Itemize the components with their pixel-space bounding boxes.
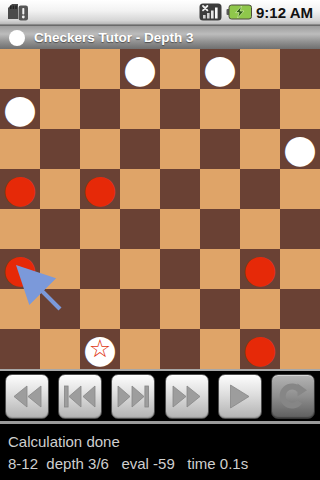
board-square[interactable] bbox=[280, 249, 320, 289]
toolbar bbox=[0, 371, 320, 421]
red-man-piece[interactable]: ● bbox=[0, 169, 40, 209]
android-status-bar: 9:12 AM bbox=[0, 0, 320, 25]
play-icon bbox=[229, 384, 250, 409]
board-square[interactable] bbox=[280, 289, 320, 329]
status-line1: Calculation done bbox=[8, 431, 312, 453]
board-square[interactable] bbox=[80, 129, 120, 169]
board-square[interactable] bbox=[160, 49, 200, 89]
board-square[interactable] bbox=[200, 249, 240, 289]
board-square[interactable]: ●☆ bbox=[80, 329, 120, 369]
board-square[interactable] bbox=[160, 169, 200, 209]
board-square[interactable]: ● bbox=[200, 49, 240, 89]
board-square[interactable] bbox=[160, 89, 200, 129]
battery-charging-icon bbox=[226, 4, 252, 20]
play-button[interactable] bbox=[218, 374, 262, 419]
board-square[interactable] bbox=[200, 169, 240, 209]
board-square[interactable] bbox=[40, 329, 80, 369]
screen: 9:12 AM Checkers Tutor - Depth 3 ●●●●●●●… bbox=[0, 0, 320, 480]
white-man-piece[interactable]: ● bbox=[200, 49, 240, 89]
board-square[interactable]: ● bbox=[240, 329, 280, 369]
board-square[interactable] bbox=[40, 289, 80, 329]
board[interactable]: ●●●●●●●●●☆● bbox=[0, 49, 320, 369]
white-king-piece[interactable]: ●☆ bbox=[80, 329, 120, 369]
status-bar-clock: 9:12 AM bbox=[256, 4, 315, 21]
board-square[interactable]: ● bbox=[120, 49, 160, 89]
board-square[interactable] bbox=[160, 209, 200, 249]
board-square[interactable] bbox=[240, 129, 280, 169]
board-grid: ●●●●●●●●●☆● bbox=[0, 49, 320, 369]
title-bar: Checkers Tutor - Depth 3 bbox=[0, 25, 320, 49]
red-man-piece[interactable]: ● bbox=[240, 249, 280, 289]
signal-no-service-icon bbox=[199, 3, 222, 21]
board-square[interactable] bbox=[40, 249, 80, 289]
status-panel: Calculation done 8-12 depth 3/6 eval -59… bbox=[0, 424, 320, 475]
fast-forward-button[interactable] bbox=[165, 374, 209, 419]
sdcard-warning-icon bbox=[5, 3, 31, 21]
board-square[interactable] bbox=[280, 89, 320, 129]
board-square[interactable] bbox=[120, 289, 160, 329]
board-square[interactable] bbox=[40, 129, 80, 169]
board-square[interactable]: ● bbox=[240, 249, 280, 289]
king-star-icon: ☆ bbox=[80, 329, 120, 369]
board-square[interactable] bbox=[0, 329, 40, 369]
board-square[interactable] bbox=[0, 209, 40, 249]
board-square[interactable] bbox=[160, 289, 200, 329]
board-square[interactable]: ● bbox=[0, 169, 40, 209]
board-square[interactable] bbox=[200, 329, 240, 369]
board-square[interactable]: ● bbox=[0, 89, 40, 129]
board-square[interactable] bbox=[120, 329, 160, 369]
board-square[interactable] bbox=[0, 49, 40, 89]
app-title: Checkers Tutor - Depth 3 bbox=[34, 30, 194, 45]
board-square[interactable] bbox=[200, 129, 240, 169]
board-square[interactable] bbox=[200, 209, 240, 249]
skip-to-start-button[interactable] bbox=[58, 374, 102, 419]
board-square[interactable] bbox=[200, 89, 240, 129]
skip-to-end-icon bbox=[117, 385, 149, 408]
board-square[interactable]: ● bbox=[280, 129, 320, 169]
fast-forward-icon bbox=[172, 385, 201, 408]
board-square[interactable] bbox=[80, 89, 120, 129]
board-square[interactable] bbox=[240, 49, 280, 89]
board-square[interactable] bbox=[120, 249, 160, 289]
board-square[interactable] bbox=[0, 129, 40, 169]
board-square[interactable] bbox=[40, 169, 80, 209]
white-man-piece[interactable]: ● bbox=[120, 49, 160, 89]
board-square[interactable] bbox=[120, 129, 160, 169]
board-square[interactable] bbox=[80, 209, 120, 249]
red-man-piece[interactable]: ● bbox=[0, 249, 40, 289]
board-square[interactable] bbox=[120, 169, 160, 209]
rotate-board-button[interactable] bbox=[271, 374, 315, 419]
board-square[interactable] bbox=[0, 289, 40, 329]
board-square[interactable] bbox=[240, 289, 280, 329]
board-square[interactable] bbox=[280, 49, 320, 89]
rotate-icon bbox=[278, 382, 308, 410]
white-man-piece[interactable]: ● bbox=[0, 89, 40, 129]
app-icon bbox=[9, 30, 25, 46]
board-square[interactable] bbox=[160, 329, 200, 369]
board-square[interactable] bbox=[280, 209, 320, 249]
board-square[interactable] bbox=[120, 209, 160, 249]
board-square[interactable] bbox=[160, 249, 200, 289]
skip-to-start-icon bbox=[64, 385, 96, 408]
status-line2: 8-12 depth 3/6 eval -59 time 0.1s bbox=[8, 453, 312, 475]
rewind-icon bbox=[13, 385, 42, 408]
board-square[interactable]: ● bbox=[0, 249, 40, 289]
rewind-button[interactable] bbox=[5, 374, 49, 419]
red-man-piece[interactable]: ● bbox=[240, 329, 280, 369]
board-square[interactable] bbox=[280, 169, 320, 209]
board-square[interactable] bbox=[280, 329, 320, 369]
board-square[interactable] bbox=[240, 209, 280, 249]
board-square[interactable] bbox=[160, 129, 200, 169]
board-square[interactable] bbox=[120, 89, 160, 129]
board-square[interactable] bbox=[40, 89, 80, 129]
board-square[interactable] bbox=[80, 249, 120, 289]
board-square[interactable] bbox=[240, 169, 280, 209]
board-square[interactable] bbox=[40, 49, 80, 89]
board-square[interactable] bbox=[80, 289, 120, 329]
board-square[interactable] bbox=[40, 209, 80, 249]
skip-to-end-button[interactable] bbox=[111, 374, 155, 419]
board-square[interactable] bbox=[200, 289, 240, 329]
white-man-piece[interactable]: ● bbox=[280, 129, 320, 169]
board-square[interactable]: ● bbox=[80, 169, 120, 209]
red-man-piece[interactable]: ● bbox=[80, 169, 120, 209]
board-square[interactable] bbox=[240, 89, 280, 129]
board-square[interactable] bbox=[80, 49, 120, 89]
